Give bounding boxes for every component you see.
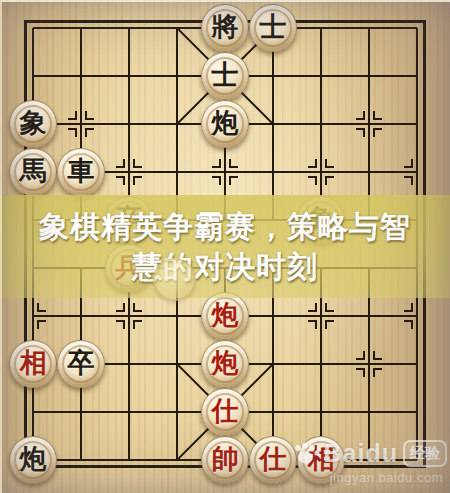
piece-red-cannon[interactable]: 炮 xyxy=(201,340,249,388)
title-banner: 象棋精英争霸赛，策略与智 慧的对决时刻 xyxy=(0,195,450,298)
piece-black-cannon[interactable]: 炮 xyxy=(201,100,249,148)
piece-red-general[interactable]: 帥 xyxy=(201,436,249,484)
banner-title-line1: 象棋精英争霸赛，策略与智 xyxy=(39,207,411,247)
piece-character: 炮 xyxy=(212,350,239,377)
piece-black-elephant[interactable]: 象 xyxy=(9,100,57,148)
piece-character: 車 xyxy=(68,158,95,185)
piece-character: 象 xyxy=(20,110,47,137)
watermark-brand: Baidu xyxy=(324,439,398,468)
piece-character: 炮 xyxy=(212,110,239,137)
watermark-url: jingyan.baidu.com xyxy=(330,470,443,485)
piece-character: 炮 xyxy=(20,446,47,473)
piece-black-horse[interactable]: 馬 xyxy=(9,148,57,196)
piece-black-soldier[interactable]: 卒 xyxy=(57,340,105,388)
piece-black-advisor[interactable]: 士 xyxy=(249,4,297,52)
paw-icon xyxy=(291,441,321,467)
piece-red-cannon[interactable]: 炮 xyxy=(201,292,249,340)
watermark-badge: 经验 xyxy=(403,440,447,467)
piece-character: 將 xyxy=(212,14,239,41)
piece-black-chariot[interactable]: 車 xyxy=(57,148,105,196)
piece-character: 炮 xyxy=(212,302,239,329)
piece-character: 帥 xyxy=(212,446,239,473)
piece-red-advisor[interactable]: 仕 xyxy=(201,388,249,436)
piece-black-advisor[interactable]: 士 xyxy=(201,52,249,100)
piece-character: 卒 xyxy=(68,350,95,377)
piece-red-elephant[interactable]: 相 xyxy=(9,340,57,388)
xiangqi-screenshot: 將士士象炮馬車卒象兵炮相卒炮仕炮帥仕相 象棋精英争霸赛，策略与智 慧的对决时刻 … xyxy=(0,0,450,493)
piece-character: 仕 xyxy=(260,446,287,473)
piece-character: 士 xyxy=(212,62,239,89)
piece-character: 相 xyxy=(20,350,47,377)
baidu-jingyan-watermark: Baidu 经验 jingyan.baidu.com xyxy=(291,439,447,485)
piece-character: 士 xyxy=(260,14,287,41)
piece-character: 馬 xyxy=(20,158,47,185)
piece-black-general[interactable]: 將 xyxy=(201,4,249,52)
banner-coin-decoration xyxy=(153,258,196,301)
piece-black-cannon[interactable]: 炮 xyxy=(9,436,57,484)
piece-character: 仕 xyxy=(212,398,239,425)
